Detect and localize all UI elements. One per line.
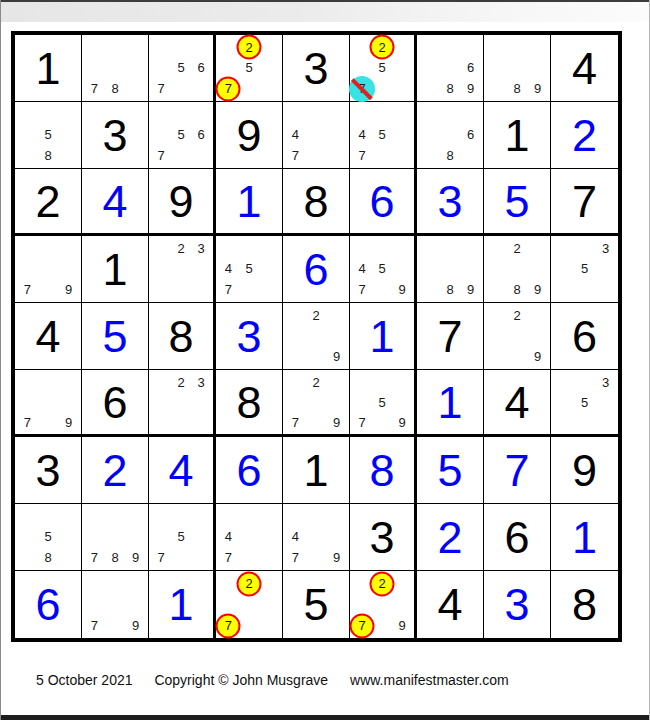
empty-candidate-slot — [574, 279, 595, 300]
empty-candidate-slot — [574, 238, 595, 259]
cell-r3c3[interactable]: 9 — [149, 169, 216, 236]
candidate-7: 7 — [84, 547, 105, 568]
empty-candidate-slot — [392, 145, 412, 166]
empty-candidate-slot — [105, 58, 126, 79]
candidate-8: 8 — [440, 145, 461, 166]
empty-candidate-slot — [151, 412, 171, 432]
cell-r9c4[interactable]: 27 — [216, 571, 283, 638]
cell-r3c2[interactable]: 4 — [82, 169, 149, 236]
solved-digit: 5 — [504, 179, 529, 224]
footer: 5 October 2021 Copyright © John Musgrave… — [36, 672, 636, 688]
empty-candidate-slot — [595, 259, 616, 280]
empty-candidate-slot — [419, 279, 440, 300]
empty-candidate-slot — [372, 615, 392, 636]
cell-r6c6[interactable]: 579 — [350, 370, 417, 437]
empty-candidate-slot — [352, 104, 372, 125]
candidate-2: 2 — [306, 305, 327, 326]
highlighted-candidate-2: 2 — [239, 573, 260, 594]
empty-candidate-slot — [486, 326, 507, 347]
cell-r4c9[interactable]: 35 — [551, 236, 618, 303]
cell-r2c7[interactable]: 68 — [417, 102, 484, 169]
empty-candidate-slot — [352, 594, 372, 615]
window-bottom-edge — [1, 715, 650, 720]
empty-candidate-slot — [151, 372, 171, 392]
given-digit: 7 — [437, 314, 462, 359]
empty-candidate-slot — [440, 259, 461, 280]
solved-digit: 1 — [168, 582, 193, 627]
empty-candidate-slot — [553, 279, 574, 300]
candidate-grid: 79 — [82, 571, 148, 638]
empty-candidate-slot — [306, 145, 327, 166]
candidate-9: 9 — [460, 279, 481, 300]
empty-candidate-slot — [392, 594, 412, 615]
empty-candidate-slot — [84, 527, 105, 548]
empty-candidate-slot — [191, 392, 211, 412]
empty-candidate-slot — [326, 372, 347, 392]
empty-candidate-slot — [171, 259, 191, 280]
cell-r1c3[interactable]: 567 — [149, 35, 216, 102]
candidate-5: 5 — [38, 527, 59, 548]
cell-r8c2[interactable]: 789 — [82, 504, 149, 571]
empty-candidate-slot — [392, 78, 412, 99]
cell-r5c6[interactable]: 1 — [350, 303, 417, 370]
empty-candidate-slot — [486, 238, 507, 259]
empty-candidate-slot — [259, 259, 280, 280]
empty-candidate-slot — [105, 594, 126, 615]
cell-r6c3[interactable]: 23 — [149, 370, 216, 437]
empty-candidate-slot — [527, 259, 548, 280]
empty-candidate-slot — [17, 372, 38, 392]
candidate-7: 7 — [218, 279, 239, 300]
empty-candidate-slot — [392, 259, 412, 280]
solved-digit: 6 — [369, 179, 394, 224]
candidate-7: 7 — [352, 145, 372, 166]
cell-r9c3[interactable]: 1 — [149, 571, 216, 638]
candidate-4: 4 — [352, 125, 372, 146]
empty-candidate-slot — [58, 527, 79, 548]
empty-candidate-slot — [507, 37, 528, 58]
cell-r1c7[interactable]: 689 — [417, 35, 484, 102]
empty-candidate-slot — [171, 78, 191, 99]
cell-r7c7[interactable]: 5 — [417, 437, 484, 504]
given-digit: 3 — [102, 113, 127, 158]
solved-digit: 1 — [369, 314, 394, 359]
candidate-6: 6 — [460, 58, 481, 79]
cell-r1c4[interactable]: 257 — [216, 35, 283, 102]
empty-candidate-slot — [125, 58, 146, 79]
empty-candidate-slot — [285, 305, 306, 326]
candidate-grid: 29 — [484, 303, 550, 369]
cell-r6c2[interactable]: 6 — [82, 370, 149, 437]
candidate-3: 3 — [191, 238, 211, 259]
empty-candidate-slot — [151, 104, 171, 125]
empty-candidate-slot — [419, 37, 440, 58]
cell-r1c6[interactable]: 257 — [350, 35, 417, 102]
empty-candidate-slot — [285, 346, 306, 367]
candidate-9: 9 — [392, 615, 412, 636]
candidate-grid: 789 — [82, 504, 148, 570]
cell-r1c8[interactable]: 89 — [484, 35, 551, 102]
candidate-grid: 257 — [216, 35, 282, 101]
candidate-6: 6 — [191, 58, 211, 79]
cell-r4c7[interactable]: 89 — [417, 236, 484, 303]
given-digit: 9 — [572, 448, 597, 493]
candidate-9: 9 — [125, 615, 146, 636]
empty-candidate-slot — [171, 392, 191, 412]
candidate-grid: 27 — [216, 571, 282, 638]
given-digit: 6 — [102, 380, 127, 425]
cell-r6c4[interactable]: 8 — [216, 370, 283, 437]
cell-r8c1[interactable]: 58 — [15, 504, 82, 571]
given-digit: 9 — [236, 113, 261, 158]
candidate-9: 9 — [460, 78, 481, 99]
candidate-9: 9 — [326, 346, 347, 367]
empty-candidate-slot — [151, 259, 171, 280]
candidate-7: 7 — [352, 279, 372, 300]
empty-candidate-slot — [553, 372, 574, 392]
given-digit: 8 — [572, 582, 597, 627]
cell-r6c8[interactable]: 4 — [484, 370, 551, 437]
cell-r9c1[interactable]: 6 — [15, 571, 82, 638]
cell-r4c6[interactable]: 4579 — [350, 236, 417, 303]
candidate-5: 5 — [372, 125, 392, 146]
cell-r4c8[interactable]: 289 — [484, 236, 551, 303]
cell-r3c8[interactable]: 5 — [484, 169, 551, 236]
empty-candidate-slot — [151, 279, 171, 300]
candidate-grid: 279 — [283, 370, 349, 434]
empty-candidate-slot — [392, 392, 412, 412]
cell-r9c5[interactable]: 5 — [283, 571, 350, 638]
empty-candidate-slot — [259, 58, 280, 79]
empty-candidate-slot — [171, 145, 191, 166]
cell-r2c8[interactable]: 1 — [484, 102, 551, 169]
empty-candidate-slot — [218, 594, 239, 615]
empty-candidate-slot — [527, 305, 548, 326]
sudoku-board: 1785672573257689894583567947457681224918… — [11, 31, 622, 642]
cell-r6c5[interactable]: 279 — [283, 370, 350, 437]
cell-r3c9[interactable]: 7 — [551, 169, 618, 236]
empty-candidate-slot — [419, 78, 440, 99]
empty-candidate-slot — [38, 412, 59, 432]
empty-candidate-slot — [259, 238, 280, 259]
cell-r8c4[interactable]: 47 — [216, 504, 283, 571]
cell-r2c2[interactable]: 3 — [82, 102, 149, 169]
empty-candidate-slot — [527, 58, 548, 79]
candidate-5: 5 — [171, 58, 191, 79]
empty-candidate-slot — [486, 279, 507, 300]
cell-r4c2[interactable]: 1 — [82, 236, 149, 303]
candidate-7: 7 — [84, 78, 105, 99]
cell-r3c6[interactable]: 6 — [350, 169, 417, 236]
highlighted-candidate-7: 7 — [218, 78, 239, 99]
solved-digit: 1 — [236, 179, 261, 224]
footer-website: www.manifestmaster.com — [350, 672, 509, 688]
empty-candidate-slot — [259, 615, 280, 636]
cell-r7c3[interactable]: 4 — [149, 437, 216, 504]
candidate-8: 8 — [105, 78, 126, 99]
cell-r8c3[interactable]: 57 — [149, 504, 216, 571]
cell-r2c4[interactable]: 9 — [216, 102, 283, 169]
empty-candidate-slot — [440, 104, 461, 125]
cell-r1c5[interactable]: 3 — [283, 35, 350, 102]
cell-r3c4[interactable]: 1 — [216, 169, 283, 236]
cell-r8c9[interactable]: 1 — [551, 504, 618, 571]
candidate-grid: 79 — [15, 236, 81, 302]
cell-r2c1[interactable]: 58 — [15, 102, 82, 169]
cell-r1c2[interactable]: 78 — [82, 35, 149, 102]
empty-candidate-slot — [392, 37, 412, 58]
cell-r3c5[interactable]: 8 — [283, 169, 350, 236]
cell-r4c5[interactable]: 6 — [283, 236, 350, 303]
cell-r7c9[interactable]: 9 — [551, 437, 618, 504]
empty-candidate-slot — [171, 279, 191, 300]
cell-r4c1[interactable]: 79 — [15, 236, 82, 303]
solved-digit: 6 — [35, 582, 60, 627]
empty-candidate-slot — [574, 412, 595, 432]
cell-r5c7[interactable]: 7 — [417, 303, 484, 370]
given-digit: 6 — [572, 314, 597, 359]
candidate-4: 4 — [352, 259, 372, 280]
candidate-8: 8 — [38, 145, 59, 166]
candidate-grid: 78 — [82, 35, 148, 101]
highlighted-candidate-7: 7 — [218, 615, 239, 636]
empty-candidate-slot — [58, 392, 79, 412]
empty-candidate-slot — [326, 527, 347, 548]
cell-r8c5[interactable]: 479 — [283, 504, 350, 571]
cell-r6c7[interactable]: 1 — [417, 370, 484, 437]
candidate-5: 5 — [171, 125, 191, 146]
empty-candidate-slot — [125, 37, 146, 58]
empty-candidate-slot — [486, 37, 507, 58]
empty-candidate-slot — [239, 506, 260, 527]
cell-r5c3[interactable]: 8 — [149, 303, 216, 370]
empty-candidate-slot — [239, 547, 260, 568]
cell-r5c2[interactable]: 5 — [82, 303, 149, 370]
candidate-grid: 89 — [484, 35, 550, 101]
cell-r5c8[interactable]: 29 — [484, 303, 551, 370]
empty-candidate-slot — [306, 547, 327, 568]
empty-candidate-slot — [259, 78, 280, 99]
candidate-7: 7 — [285, 547, 306, 568]
candidate-7: 7 — [17, 279, 38, 300]
empty-candidate-slot — [372, 145, 392, 166]
empty-candidate-slot — [259, 594, 280, 615]
cell-r7c2[interactable]: 2 — [82, 437, 149, 504]
empty-candidate-slot — [419, 238, 440, 259]
given-digit: 3 — [35, 448, 60, 493]
empty-candidate-slot — [58, 506, 79, 527]
candidate-9: 9 — [125, 547, 146, 568]
candidate-7: 7 — [17, 412, 38, 432]
empty-candidate-slot — [392, 573, 412, 594]
empty-candidate-slot — [285, 506, 306, 527]
empty-candidate-slot — [38, 372, 59, 392]
solved-digit: 8 — [369, 448, 394, 493]
empty-candidate-slot — [595, 279, 616, 300]
empty-candidate-slot — [486, 58, 507, 79]
empty-candidate-slot — [58, 547, 79, 568]
cell-r5c4[interactable]: 3 — [216, 303, 283, 370]
candidate-3: 3 — [595, 372, 616, 392]
cell-r5c1[interactable]: 4 — [15, 303, 82, 370]
candidate-grid: 89 — [417, 236, 483, 302]
cell-r7c1[interactable]: 3 — [15, 437, 82, 504]
empty-candidate-slot — [440, 37, 461, 58]
empty-candidate-slot — [191, 412, 211, 432]
empty-candidate-slot — [553, 412, 574, 432]
cell-r2c5[interactable]: 47 — [283, 102, 350, 169]
given-digit: 5 — [303, 582, 328, 627]
empty-candidate-slot — [306, 506, 327, 527]
candidate-grid: 35 — [551, 370, 618, 434]
given-digit: 8 — [303, 179, 328, 224]
empty-candidate-slot — [105, 506, 126, 527]
cell-r6c1[interactable]: 79 — [15, 370, 82, 437]
empty-candidate-slot — [372, 594, 392, 615]
empty-candidate-slot — [285, 326, 306, 347]
empty-candidate-slot — [372, 412, 392, 432]
candidate-5: 5 — [239, 259, 260, 280]
solved-digit: 2 — [102, 448, 127, 493]
empty-candidate-slot — [151, 125, 171, 146]
empty-candidate-slot — [326, 125, 347, 146]
cell-r7c4[interactable]: 6 — [216, 437, 283, 504]
candidate-9: 9 — [527, 78, 548, 99]
empty-candidate-slot — [419, 259, 440, 280]
empty-candidate-slot — [239, 527, 260, 548]
empty-candidate-slot — [326, 104, 347, 125]
cell-r3c1[interactable]: 2 — [15, 169, 82, 236]
empty-candidate-slot — [372, 372, 392, 392]
empty-candidate-slot — [352, 238, 372, 259]
candidate-grid: 479 — [283, 504, 349, 570]
empty-candidate-slot — [218, 238, 239, 259]
given-digit: 1 — [303, 448, 328, 493]
cell-r9c9[interactable]: 8 — [551, 571, 618, 638]
cell-r6c9[interactable]: 35 — [551, 370, 618, 437]
candidate-grid: 47 — [216, 504, 282, 570]
empty-candidate-slot — [419, 145, 440, 166]
empty-candidate-slot — [259, 506, 280, 527]
cell-r7c6[interactable]: 8 — [350, 437, 417, 504]
empty-candidate-slot — [352, 392, 372, 412]
empty-candidate-slot — [38, 238, 59, 259]
empty-candidate-slot — [105, 573, 126, 594]
given-digit: 8 — [168, 314, 193, 359]
candidate-grid: 567 — [149, 102, 213, 168]
cell-r1c1[interactable]: 1 — [15, 35, 82, 102]
empty-candidate-slot — [392, 58, 412, 79]
candidate-7: 7 — [218, 547, 239, 568]
candidate-5: 5 — [171, 527, 191, 548]
empty-candidate-slot — [125, 573, 146, 594]
candidate-2: 2 — [171, 238, 191, 259]
empty-candidate-slot — [38, 506, 59, 527]
candidate-grid: 79 — [15, 370, 81, 434]
cell-r2c9[interactable]: 2 — [551, 102, 618, 169]
candidate-9: 9 — [58, 412, 79, 432]
empty-candidate-slot — [191, 506, 211, 527]
empty-candidate-slot — [259, 279, 280, 300]
cell-r2c6[interactable]: 457 — [350, 102, 417, 169]
empty-candidate-slot — [191, 78, 211, 99]
cell-r2c3[interactable]: 567 — [149, 102, 216, 169]
empty-candidate-slot — [151, 392, 171, 412]
solved-digit: 7 — [504, 448, 529, 493]
given-digit: 3 — [303, 46, 328, 91]
empty-candidate-slot — [372, 78, 392, 99]
empty-candidate-slot — [306, 346, 327, 367]
candidate-grid: 4579 — [350, 236, 414, 302]
empty-candidate-slot — [105, 37, 126, 58]
candidate-8: 8 — [440, 78, 461, 99]
empty-candidate-slot — [486, 305, 507, 326]
cell-r1c9[interactable]: 4 — [551, 35, 618, 102]
empty-candidate-slot — [171, 412, 191, 432]
empty-candidate-slot — [38, 392, 59, 412]
cell-r9c2[interactable]: 79 — [82, 571, 149, 638]
empty-candidate-slot — [392, 104, 412, 125]
cell-r8c6[interactable]: 3 — [350, 504, 417, 571]
candidate-grid: 35 — [551, 236, 618, 302]
cell-r9c8[interactable]: 3 — [484, 571, 551, 638]
empty-candidate-slot — [440, 125, 461, 146]
candidate-5: 5 — [372, 58, 392, 79]
given-digit: 8 — [236, 380, 261, 425]
candidate-5: 5 — [372, 259, 392, 280]
cell-r7c8[interactable]: 7 — [484, 437, 551, 504]
empty-candidate-slot — [460, 259, 481, 280]
empty-candidate-slot — [171, 104, 191, 125]
cell-r3c7[interactable]: 3 — [417, 169, 484, 236]
cell-r4c3[interactable]: 23 — [149, 236, 216, 303]
solved-digit: 3 — [504, 582, 529, 627]
empty-candidate-slot — [440, 238, 461, 259]
empty-candidate-slot — [17, 125, 38, 146]
empty-candidate-slot — [151, 37, 171, 58]
empty-candidate-slot — [151, 238, 171, 259]
cell-r4c4[interactable]: 457 — [216, 236, 283, 303]
empty-candidate-slot — [486, 346, 507, 367]
highlighted-candidate-2: 2 — [239, 37, 260, 58]
empty-candidate-slot — [38, 259, 59, 280]
cell-r5c5[interactable]: 29 — [283, 303, 350, 370]
candidate-5: 5 — [574, 392, 595, 412]
candidate-9: 9 — [392, 412, 412, 432]
cell-r8c8[interactable]: 6 — [484, 504, 551, 571]
cell-r9c7[interactable]: 4 — [417, 571, 484, 638]
cell-r9c6[interactable]: 279 — [350, 571, 417, 638]
solved-digit: 4 — [102, 179, 127, 224]
cell-r7c5[interactable]: 1 — [283, 437, 350, 504]
empty-candidate-slot — [191, 104, 211, 125]
empty-candidate-slot — [527, 37, 548, 58]
empty-candidate-slot — [259, 527, 280, 548]
empty-candidate-slot — [352, 372, 372, 392]
candidate-grid: 257 — [350, 35, 414, 101]
empty-candidate-slot — [105, 527, 126, 548]
empty-candidate-slot — [392, 125, 412, 146]
candidate-4: 4 — [218, 527, 239, 548]
cell-r5c9[interactable]: 6 — [551, 303, 618, 370]
empty-candidate-slot — [191, 259, 211, 280]
empty-candidate-slot — [553, 259, 574, 280]
candidate-9: 9 — [392, 279, 412, 300]
solved-digit: 2 — [437, 515, 462, 560]
empty-candidate-slot — [553, 392, 574, 412]
cell-r8c7[interactable]: 2 — [417, 504, 484, 571]
empty-candidate-slot — [595, 412, 616, 432]
